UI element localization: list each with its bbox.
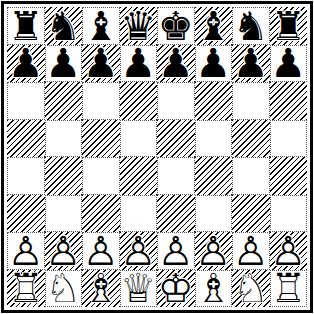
piece-fill: ♝	[196, 271, 232, 307]
square-d1[interactable]: ♛♕	[120, 270, 158, 308]
square-a6[interactable]	[7, 82, 45, 120]
square-b4[interactable]	[45, 157, 83, 195]
square-b5[interactable]	[45, 120, 83, 158]
square-h7[interactable]: ♟	[270, 45, 308, 83]
piece-black-pawn: ♟	[7, 45, 45, 83]
piece-black-pawn: ♟	[121, 46, 157, 82]
square-c6[interactable]	[82, 82, 120, 120]
square-e1[interactable]: ♚♔	[157, 270, 195, 308]
square-g5[interactable]	[232, 120, 270, 158]
piece-fill: ♟	[270, 232, 308, 270]
piece-black-pawn: ♟	[271, 46, 307, 82]
piece-fill: ♜	[271, 271, 307, 307]
piece-white-bishop: ♗	[82, 270, 120, 308]
piece-white-king: ♔	[157, 270, 195, 308]
piece-black-pawn: ♟	[157, 45, 195, 83]
square-e2[interactable]: ♟♙	[157, 232, 195, 270]
square-h3[interactable]	[270, 195, 308, 233]
square-a5[interactable]	[7, 120, 45, 158]
square-c3[interactable]	[82, 195, 120, 233]
square-a1[interactable]: ♜♖	[7, 270, 45, 308]
piece-fill: ♟	[195, 232, 233, 270]
square-d4[interactable]	[120, 157, 158, 195]
square-h4[interactable]	[270, 157, 308, 195]
square-g1[interactable]: ♞♘	[232, 270, 270, 308]
piece-fill: ♞	[232, 270, 270, 308]
square-f8[interactable]: ♝	[195, 7, 233, 45]
square-d3[interactable]	[120, 195, 158, 233]
piece-black-knight: ♞	[45, 7, 83, 45]
square-b7[interactable]: ♟	[45, 45, 83, 83]
square-b6[interactable]	[45, 82, 83, 120]
square-e3[interactable]	[157, 195, 195, 233]
piece-fill: ♟	[120, 232, 158, 270]
square-a3[interactable]	[7, 195, 45, 233]
square-e7[interactable]: ♟	[157, 45, 195, 83]
square-c5[interactable]	[82, 120, 120, 158]
piece-fill: ♚	[157, 270, 195, 308]
piece-fill: ♟	[83, 233, 119, 269]
square-b2[interactable]: ♟♙	[45, 232, 83, 270]
square-g6[interactable]	[232, 82, 270, 120]
piece-black-knight: ♞	[233, 8, 269, 44]
square-f4[interactable]	[195, 157, 233, 195]
square-b8[interactable]: ♞	[45, 7, 83, 45]
piece-white-pawn: ♙	[270, 232, 308, 270]
piece-black-pawn: ♟	[232, 45, 270, 83]
square-h2[interactable]: ♟♙	[270, 232, 308, 270]
square-f3[interactable]	[195, 195, 233, 233]
piece-white-knight: ♘	[46, 271, 82, 307]
square-a2[interactable]: ♟♙	[7, 232, 45, 270]
piece-white-pawn: ♙	[158, 233, 194, 269]
square-b3[interactable]	[45, 195, 83, 233]
piece-black-bishop: ♝	[195, 7, 233, 45]
board-frame: ♜♞♝♛♚♝♞♜♟♟♟♟♟♟♟♟♟♙♟♙♟♙♟♙♟♙♟♙♟♙♟♙♜♖♞♘♝♗♛♕…	[1, 1, 313, 313]
piece-white-pawn: ♙	[233, 233, 269, 269]
piece-white-pawn: ♙	[8, 233, 44, 269]
square-g2[interactable]: ♟♙	[232, 232, 270, 270]
square-e5[interactable]	[157, 120, 195, 158]
piece-fill: ♛	[121, 271, 157, 307]
piece-fill: ♟	[45, 232, 83, 270]
square-d2[interactable]: ♟♙	[120, 232, 158, 270]
piece-black-queen: ♛	[120, 7, 158, 45]
square-c1[interactable]: ♝♗	[82, 270, 120, 308]
piece-black-pawn: ♟	[196, 46, 232, 82]
square-a8[interactable]: ♜	[7, 7, 45, 45]
square-a4[interactable]	[7, 157, 45, 195]
square-f2[interactable]: ♟♙	[195, 232, 233, 270]
piece-white-queen: ♕	[121, 271, 157, 307]
piece-fill: ♟	[158, 233, 194, 269]
piece-black-rook: ♜	[270, 7, 308, 45]
piece-black-pawn: ♟	[46, 46, 82, 82]
piece-black-bishop: ♝	[83, 8, 119, 44]
piece-black-rook: ♜	[8, 8, 44, 44]
square-h1[interactable]: ♜♖	[270, 270, 308, 308]
square-g8[interactable]: ♞	[232, 7, 270, 45]
square-e4[interactable]	[157, 157, 195, 195]
square-h5[interactable]	[270, 120, 308, 158]
square-b1[interactable]: ♞♘	[45, 270, 83, 308]
square-d8[interactable]: ♛	[120, 7, 158, 45]
piece-white-pawn: ♙	[83, 233, 119, 269]
square-d6[interactable]	[120, 82, 158, 120]
piece-fill: ♟	[8, 233, 44, 269]
square-f1[interactable]: ♝♗	[195, 270, 233, 308]
square-g7[interactable]: ♟	[232, 45, 270, 83]
piece-white-rook: ♖	[271, 271, 307, 307]
square-c4[interactable]	[82, 157, 120, 195]
piece-white-rook: ♖	[7, 270, 45, 308]
square-d5[interactable]	[120, 120, 158, 158]
square-f6[interactable]	[195, 82, 233, 120]
piece-fill: ♝	[82, 270, 120, 308]
piece-white-pawn: ♙	[120, 232, 158, 270]
piece-white-pawn: ♙	[45, 232, 83, 270]
piece-black-king: ♚	[158, 8, 194, 44]
piece-white-knight: ♘	[232, 270, 270, 308]
piece-white-pawn: ♙	[195, 232, 233, 270]
square-c8[interactable]: ♝	[82, 7, 120, 45]
square-h6[interactable]	[270, 82, 308, 120]
square-g4[interactable]	[232, 157, 270, 195]
square-c2[interactable]: ♟♙	[82, 232, 120, 270]
square-c7[interactable]: ♟	[82, 45, 120, 83]
chess-board: ♜♞♝♛♚♝♞♜♟♟♟♟♟♟♟♟♟♙♟♙♟♙♟♙♟♙♟♙♟♙♟♙♜♖♞♘♝♗♛♕…	[7, 7, 307, 307]
piece-fill: ♟	[233, 233, 269, 269]
piece-white-bishop: ♗	[196, 271, 232, 307]
piece-fill: ♜	[7, 270, 45, 308]
square-e8[interactable]: ♚	[157, 7, 195, 45]
square-g3[interactable]	[232, 195, 270, 233]
piece-fill: ♞	[46, 271, 82, 307]
chess-diagram: ♜♞♝♛♚♝♞♜♟♟♟♟♟♟♟♟♟♙♟♙♟♙♟♙♟♙♟♙♟♙♟♙♜♖♞♘♝♗♛♕…	[0, 0, 314, 314]
piece-black-pawn: ♟	[82, 45, 120, 83]
square-d7[interactable]: ♟	[120, 45, 158, 83]
square-a7[interactable]: ♟	[7, 45, 45, 83]
square-f7[interactable]: ♟	[195, 45, 233, 83]
square-e6[interactable]	[157, 82, 195, 120]
square-h8[interactable]: ♜	[270, 7, 308, 45]
square-f5[interactable]	[195, 120, 233, 158]
